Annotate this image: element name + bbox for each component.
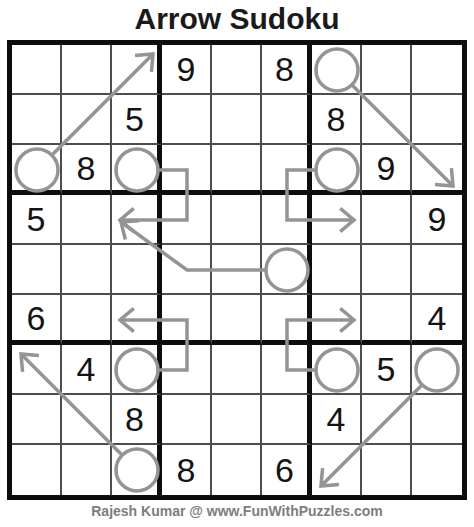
cell-r7c2: 4 [62,345,112,395]
cell-r5c6 [262,245,312,295]
cell-r9c2 [62,445,112,495]
given-digit: 5 [27,202,46,236]
cell-r7c4 [162,345,212,395]
cell-r9c6: 6 [262,445,312,495]
given-digit: 9 [377,151,396,185]
cell-r2c1 [12,95,62,145]
cell-r6c5 [212,295,262,345]
cell-r2c6 [262,95,312,145]
cell-r1c8 [362,45,412,95]
cell-r1c5 [212,45,262,95]
cell-r4c4 [162,195,212,245]
cell-r3c7 [312,145,362,195]
given-digit: 6 [275,453,294,487]
cell-r2c8 [362,95,412,145]
cell-r6c4 [162,295,212,345]
cell-r1c6: 8 [262,45,312,95]
cell-r1c7 [312,45,362,95]
cell-r6c3 [112,295,162,345]
cell-r6c2 [62,295,112,345]
cell-r5c3 [112,245,162,295]
given-digit: 5 [377,352,396,386]
credit-line: Rajesh Kumar @ www.FunWithPuzzles.com [0,503,474,519]
cell-r5c2 [62,245,112,295]
cell-r7c1 [12,345,62,395]
page-title: Arrow Sudoku [0,2,474,36]
cell-r8c9 [412,395,462,445]
given-digit: 5 [125,102,144,136]
cell-r9c4: 8 [162,445,212,495]
cell-r1c1 [12,45,62,95]
given-digit: 8 [125,402,144,436]
cell-r4c8 [362,195,412,245]
cell-r4c6 [262,195,312,245]
cell-r2c4 [162,95,212,145]
given-digit: 9 [428,202,447,236]
cell-r7c7 [312,345,362,395]
cell-r3c2: 8 [62,145,112,195]
cell-r9c5 [212,445,262,495]
given-digit: 6 [27,301,46,335]
cell-r4c3 [112,195,162,245]
cell-r2c9 [412,95,462,145]
cell-r3c9 [412,145,462,195]
cell-r4c7 [312,195,362,245]
cell-r4c2 [62,195,112,245]
cell-r4c1: 5 [12,195,62,245]
cell-r1c4: 9 [162,45,212,95]
cell-r1c9 [412,45,462,95]
cell-r5c9 [412,245,462,295]
cell-r3c8: 9 [362,145,412,195]
cell-r7c6 [262,345,312,395]
cell-r6c9: 4 [412,295,462,345]
board-wrap: 9858895964458486 [7,40,467,500]
cell-r4c5 [212,195,262,245]
cell-r3c3 [112,145,162,195]
given-digit: 8 [275,52,294,86]
cell-r9c9 [412,445,462,495]
cell-r5c5 [212,245,262,295]
cell-r6c7 [312,295,362,345]
cell-r5c4 [162,245,212,295]
cell-r2c7: 8 [312,95,362,145]
given-digit: 8 [327,102,346,136]
cell-r8c4 [162,395,212,445]
cell-r8c7: 4 [312,395,362,445]
cell-r8c6 [262,395,312,445]
given-digit: 4 [77,352,96,386]
cell-r4c9: 9 [412,195,462,245]
cell-r6c6 [262,295,312,345]
cell-r2c5 [212,95,262,145]
cell-r8c2 [62,395,112,445]
given-digit: 4 [327,402,346,436]
cell-r9c1 [12,445,62,495]
given-digit: 4 [428,301,447,335]
cell-r5c7 [312,245,362,295]
sudoku-board: 9858895964458486 [7,40,467,500]
cell-r3c6 [262,145,312,195]
cell-r9c7 [312,445,362,495]
cell-r3c1 [12,145,62,195]
cell-r5c1 [12,245,62,295]
cell-r7c3 [112,345,162,395]
cell-r8c1 [12,395,62,445]
puzzle-page: Arrow Sudoku 9858895964458486 Rajesh Kum… [0,0,474,527]
cell-r7c8: 5 [362,345,412,395]
cell-r1c3 [112,45,162,95]
cell-r8c3: 8 [112,395,162,445]
cell-r5c8 [362,245,412,295]
cell-r9c3 [112,445,162,495]
cell-r9c8 [362,445,412,495]
cell-r8c5 [212,395,262,445]
cell-r2c2 [62,95,112,145]
given-digit: 8 [177,453,196,487]
cell-r7c5 [212,345,262,395]
cell-r1c2 [62,45,112,95]
cell-r6c8 [362,295,412,345]
cell-r8c8 [362,395,412,445]
cell-r2c3: 5 [112,95,162,145]
given-digit: 9 [177,52,196,86]
cell-r7c9 [412,345,462,395]
given-digit: 8 [77,151,96,185]
cell-r3c5 [212,145,262,195]
cell-r3c4 [162,145,212,195]
cell-r6c1: 6 [12,295,62,345]
